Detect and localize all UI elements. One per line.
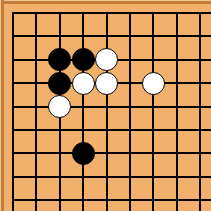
board-intersection[interactable] xyxy=(1,188,24,211)
board-intersection[interactable] xyxy=(25,165,48,188)
board-intersection[interactable] xyxy=(48,142,71,165)
board-intersection[interactable] xyxy=(165,118,188,141)
board-intersection[interactable] xyxy=(25,188,48,211)
white-stone xyxy=(142,72,165,95)
board-intersection[interactable] xyxy=(95,118,118,141)
board-intersection[interactable] xyxy=(48,1,71,24)
board-intersection[interactable] xyxy=(71,95,94,118)
board-intersection[interactable] xyxy=(48,48,71,71)
board-intersection[interactable] xyxy=(25,142,48,165)
board-intersection[interactable] xyxy=(95,48,118,71)
white-stone xyxy=(95,48,118,71)
board-intersection[interactable] xyxy=(142,1,165,24)
board-intersection[interactable] xyxy=(1,118,24,141)
board-intersection[interactable] xyxy=(71,118,94,141)
white-stone xyxy=(48,95,71,118)
board-intersection[interactable] xyxy=(1,48,24,71)
board-intersection[interactable] xyxy=(25,1,48,24)
board-intersection[interactable] xyxy=(165,1,188,24)
board-intersection[interactable] xyxy=(118,118,141,141)
board-intersection[interactable] xyxy=(48,118,71,141)
board-intersection[interactable] xyxy=(1,165,24,188)
board-intersection[interactable] xyxy=(165,188,188,211)
black-stone xyxy=(48,72,71,95)
board-intersection[interactable] xyxy=(1,1,24,24)
board-intersection[interactable] xyxy=(95,142,118,165)
board-intersection[interactable] xyxy=(142,48,165,71)
board-intersection[interactable] xyxy=(95,71,118,94)
board-frame-left-edge xyxy=(0,0,4,211)
board-intersection[interactable] xyxy=(142,165,165,188)
white-stone xyxy=(72,72,95,95)
board-intersection[interactable] xyxy=(188,71,211,94)
board-intersection[interactable] xyxy=(165,165,188,188)
board-intersection[interactable] xyxy=(188,165,211,188)
board-intersection[interactable] xyxy=(142,142,165,165)
board-intersection[interactable] xyxy=(25,95,48,118)
board-intersection[interactable] xyxy=(165,95,188,118)
board-intersection[interactable] xyxy=(48,165,71,188)
board-intersection[interactable] xyxy=(118,48,141,71)
board-intersection[interactable] xyxy=(25,25,48,48)
board-intersection[interactable] xyxy=(71,188,94,211)
board-intersection[interactable] xyxy=(188,1,211,24)
board-intersection[interactable] xyxy=(188,25,211,48)
go-board-diagram xyxy=(0,0,211,211)
board-intersection[interactable] xyxy=(165,48,188,71)
board-intersection[interactable] xyxy=(48,71,71,94)
board-intersection[interactable] xyxy=(1,71,24,94)
board-intersection[interactable] xyxy=(71,1,94,24)
black-stone xyxy=(72,142,95,165)
board-intersection[interactable] xyxy=(118,71,141,94)
board-intersection[interactable] xyxy=(118,188,141,211)
board-intersection[interactable] xyxy=(118,25,141,48)
board-intersection[interactable] xyxy=(165,142,188,165)
board-intersection[interactable] xyxy=(188,95,211,118)
board-intersection[interactable] xyxy=(118,95,141,118)
board-intersection[interactable] xyxy=(48,188,71,211)
board-intersection[interactable] xyxy=(95,1,118,24)
board-intersection[interactable] xyxy=(71,165,94,188)
black-stone xyxy=(72,48,95,71)
board-intersection[interactable] xyxy=(188,142,211,165)
board-intersection[interactable] xyxy=(25,48,48,71)
board-intersection[interactable] xyxy=(142,71,165,94)
board-intersection[interactable] xyxy=(188,188,211,211)
board-intersection[interactable] xyxy=(165,25,188,48)
board-intersection[interactable] xyxy=(95,25,118,48)
go-board xyxy=(1,1,211,211)
board-intersection[interactable] xyxy=(142,118,165,141)
board-intersection[interactable] xyxy=(71,25,94,48)
board-intersection[interactable] xyxy=(71,48,94,71)
board-intersection[interactable] xyxy=(1,142,24,165)
board-intersection[interactable] xyxy=(95,165,118,188)
board-intersection[interactable] xyxy=(1,95,24,118)
board-intersection[interactable] xyxy=(118,142,141,165)
board-intersection[interactable] xyxy=(188,48,211,71)
board-intersection[interactable] xyxy=(95,188,118,211)
board-intersection[interactable] xyxy=(118,1,141,24)
board-intersection[interactable] xyxy=(1,25,24,48)
board-intersection[interactable] xyxy=(95,95,118,118)
board-intersection[interactable] xyxy=(188,118,211,141)
board-frame-top-edge xyxy=(0,0,211,4)
board-intersection[interactable] xyxy=(71,142,94,165)
board-intersection[interactable] xyxy=(142,95,165,118)
board-intersection[interactable] xyxy=(48,25,71,48)
board-intersection[interactable] xyxy=(71,71,94,94)
board-intersection[interactable] xyxy=(25,71,48,94)
board-intersection[interactable] xyxy=(165,71,188,94)
board-intersection[interactable] xyxy=(25,118,48,141)
board-intersection[interactable] xyxy=(118,165,141,188)
black-stone xyxy=(48,48,71,71)
board-intersection[interactable] xyxy=(142,25,165,48)
board-intersection[interactable] xyxy=(142,188,165,211)
white-stone xyxy=(95,72,118,95)
board-intersection[interactable] xyxy=(48,95,71,118)
